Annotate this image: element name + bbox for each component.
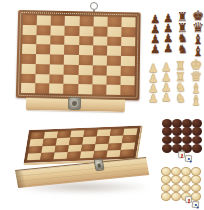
- board-square: [93, 46, 107, 56]
- die-pip: [188, 158, 190, 160]
- board-square: [107, 56, 121, 66]
- board-square: [121, 46, 135, 56]
- board-square: [64, 74, 78, 84]
- checker-piece: [182, 136, 192, 145]
- die-pip: [181, 154, 183, 156]
- checker-piece: [161, 192, 171, 201]
- chess-grid: [21, 15, 136, 95]
- board-square: [78, 84, 92, 94]
- checker-piece: [172, 136, 182, 145]
- piece-column: ♟♟♟♟: [161, 62, 171, 102]
- board-square: [23, 25, 37, 35]
- closed-box: [8, 122, 158, 207]
- board-square: [36, 44, 50, 54]
- board-square: [92, 85, 106, 95]
- checker-piece: [171, 184, 181, 193]
- die-pip: [195, 204, 197, 206]
- board-square: [79, 16, 93, 26]
- chess-piece: ♞: [175, 93, 186, 104]
- board-bottom-edge: [26, 97, 125, 112]
- die-pip: [188, 199, 190, 201]
- lid-square: [120, 149, 134, 156]
- checker-piece: [161, 167, 171, 176]
- checkers-grid: [162, 119, 202, 153]
- piece-column: ♟♟♟♟: [150, 14, 160, 54]
- checker-piece: [191, 167, 201, 176]
- board-square: [106, 65, 120, 75]
- checker-piece: [191, 192, 201, 201]
- chess-piece: ♟: [161, 92, 171, 102]
- board-square: [107, 26, 121, 36]
- die-icon: [192, 201, 199, 208]
- board-square: [37, 15, 51, 25]
- board-square: [35, 83, 49, 93]
- dark-checkers-set: [162, 119, 202, 153]
- board-square: [37, 25, 51, 35]
- board-square: [50, 54, 64, 64]
- board-square: [92, 65, 106, 75]
- die-icon: [178, 151, 185, 158]
- clasp-icon: [68, 97, 81, 110]
- board-square: [35, 74, 49, 84]
- chess-piece: ♟: [163, 43, 173, 53]
- checker-piece: [171, 175, 181, 184]
- board-square: [79, 26, 93, 36]
- checkers-grid: [161, 167, 201, 201]
- board-square: [49, 84, 63, 94]
- checker-piece: [191, 184, 201, 193]
- checker-piece: [162, 119, 172, 128]
- checker-piece: [162, 127, 172, 136]
- board-square: [79, 36, 93, 46]
- chess-piece: ♟: [148, 93, 158, 103]
- board-square: [120, 75, 134, 85]
- board-square: [21, 83, 35, 93]
- board-square: [21, 73, 35, 83]
- piece-column: ♟♟♟♟: [163, 13, 173, 53]
- die-icon: [185, 196, 192, 203]
- board-square: [50, 35, 64, 45]
- checker-piece: [172, 127, 182, 136]
- open-chess-board: [16, 10, 141, 100]
- piece-column: ♟♟♟♟: [148, 63, 158, 103]
- piece-column: ♚♛♝♝: [190, 59, 202, 107]
- checker-piece: [162, 144, 172, 153]
- board-square: [22, 54, 36, 64]
- board-square: [23, 15, 37, 25]
- checker-piece: [172, 119, 182, 128]
- board-square: [106, 85, 120, 95]
- board-square: [65, 16, 79, 26]
- board-square: [121, 17, 135, 27]
- board-square: [50, 74, 64, 84]
- board-square: [121, 27, 135, 37]
- checker-piece: [181, 175, 191, 184]
- piece-column: ♚♛♝♝: [192, 10, 204, 58]
- board-square: [93, 17, 107, 27]
- board-square: [78, 65, 92, 75]
- board-square: [120, 85, 134, 95]
- board-square: [36, 64, 50, 74]
- board-square: [92, 55, 106, 65]
- lid-chess-grid: [27, 128, 137, 160]
- checker-piece: [161, 175, 171, 184]
- board-square: [78, 75, 92, 85]
- die-icon: [185, 155, 192, 162]
- hanging-ring-icon: [90, 2, 98, 10]
- checker-piece: [182, 119, 192, 128]
- light-checkers-set: [161, 167, 201, 201]
- checker-piece: [192, 127, 202, 136]
- checker-piece: [192, 144, 202, 153]
- board-square: [50, 45, 64, 55]
- board-square: [36, 35, 50, 45]
- board-square: [64, 55, 78, 65]
- board-square: [79, 45, 93, 55]
- board-square: [93, 26, 107, 36]
- chess-piece: ♟: [150, 44, 160, 54]
- board-square: [64, 84, 78, 94]
- board-square: [65, 26, 79, 36]
- board-square: [21, 64, 35, 74]
- board-square: [65, 35, 79, 45]
- board-square: [92, 75, 106, 85]
- board-square: [121, 36, 135, 46]
- board-square: [107, 36, 121, 46]
- board-square: [64, 45, 78, 55]
- checker-piece: [191, 175, 201, 184]
- board-square: [50, 64, 64, 74]
- board-square: [93, 36, 107, 46]
- checker-piece: [181, 167, 191, 176]
- checker-piece: [181, 184, 191, 193]
- board-square: [107, 17, 121, 27]
- chess-piece: ♝: [190, 95, 202, 107]
- checker-piece: [171, 192, 181, 201]
- board-square: [36, 54, 50, 64]
- piece-column: ♜♜♞♞: [175, 61, 186, 103]
- board-square: [107, 46, 121, 56]
- latch-icon: [93, 158, 104, 171]
- board-square: [22, 44, 36, 54]
- chess-piece: ♞: [177, 44, 188, 55]
- checker-piece: [162, 136, 172, 145]
- product-photo: ♟♟♟♟♟♟♟♟♜♜♞♞♚♛♝♝ ♟♟♟♟♟♟♟♟♜♜♞♞♚♛♝♝: [0, 0, 204, 210]
- board-square: [51, 16, 65, 26]
- board-square: [51, 25, 65, 35]
- board-square: [121, 66, 135, 76]
- piece-column: ♜♜♞♞: [177, 12, 188, 54]
- checker-piece: [171, 167, 181, 176]
- board-square: [121, 56, 135, 66]
- board-square: [78, 55, 92, 65]
- checker-piece: [161, 184, 171, 193]
- checker-piece: [192, 119, 202, 128]
- board-square: [22, 34, 36, 44]
- checker-piece: [182, 127, 192, 136]
- board-square: [64, 64, 78, 74]
- board-square: [106, 75, 120, 85]
- checker-piece: [192, 136, 202, 145]
